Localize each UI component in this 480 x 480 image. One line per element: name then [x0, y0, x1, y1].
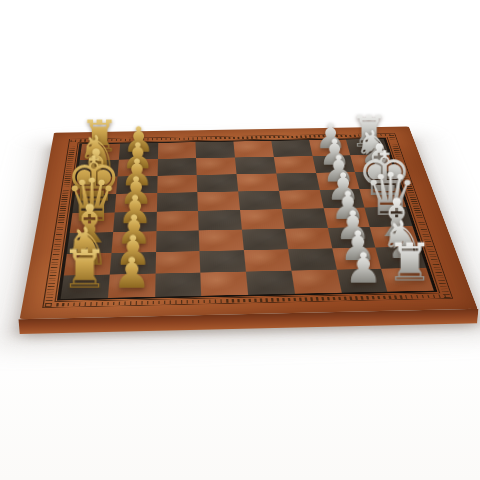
square — [235, 157, 276, 174]
white-rook: ♜ — [61, 243, 108, 296]
square-anchor — [244, 249, 291, 272]
black-rook: ♜ — [386, 236, 433, 288]
square-anchor: ♟ — [336, 269, 387, 293]
square-anchor — [155, 273, 202, 297]
square-anchor: ♜ — [61, 275, 110, 299]
square — [198, 192, 240, 211]
square — [279, 190, 323, 209]
square — [312, 155, 355, 172]
square — [271, 140, 312, 156]
square — [157, 175, 198, 193]
square — [276, 173, 319, 191]
square-anchor — [246, 271, 295, 295]
square-anchor — [288, 248, 336, 271]
square — [156, 192, 198, 211]
photo-scene: ♜♟♟♜♞♟♟♞♝♟♟♝♚♟♟♚♛♟♟♛♝♟♟♝♞♟♟♞♜♟♟♜ — [0, 0, 480, 480]
white-pawn: ♟ — [112, 252, 150, 295]
square — [119, 143, 158, 160]
square-anchor — [291, 270, 341, 294]
square-anchor: ♟ — [108, 274, 155, 298]
square — [196, 157, 236, 174]
square — [346, 139, 389, 155]
square — [274, 156, 316, 173]
chess-board: ♜♟♟♜♞♟♟♞♝♟♟♝♚♟♟♚♛♟♟♛♝♟♟♝♞♟♟♞♜♟♟♜ — [20, 126, 478, 319]
square — [233, 141, 273, 158]
square — [309, 140, 351, 156]
square — [117, 159, 157, 176]
black-pawn: ♟ — [345, 247, 383, 289]
square-anchor — [285, 228, 332, 249]
square — [238, 191, 281, 210]
square-anchor — [200, 250, 246, 273]
square — [157, 142, 196, 159]
square-anchor — [282, 208, 328, 228]
square — [157, 158, 197, 175]
square-anchor: ♜ — [381, 268, 433, 292]
square-anchor — [240, 209, 285, 229]
square-anchor — [242, 229, 288, 250]
square-anchor — [156, 230, 200, 252]
square — [237, 173, 279, 191]
square — [196, 142, 235, 159]
square-anchor — [156, 211, 199, 231]
square — [197, 174, 238, 192]
square-anchor — [198, 210, 242, 230]
square-anchor — [201, 272, 249, 296]
board-perspective-wrapper: ♜♟♟♜♞♟♟♞♝♟♟♝♚♟♟♚♛♟♟♛♝♟♟♝♞♟♟♞♜♟♟♜ — [40, 10, 440, 410]
